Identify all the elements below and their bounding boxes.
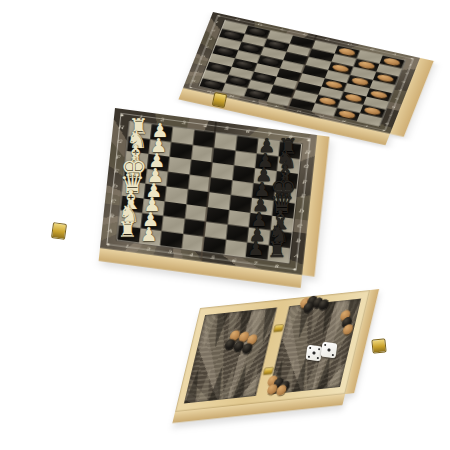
- backgammon-case: [175, 290, 370, 412]
- coordinate-label: 4: [203, 123, 207, 128]
- chess-square: [203, 236, 226, 254]
- coordinate-label: B: [109, 213, 114, 218]
- backgammon-left-tray: [184, 308, 277, 404]
- coordinate-label: 2: [146, 246, 150, 251]
- backgammon-point: [198, 314, 217, 349]
- coordinate-label: 3: [181, 120, 185, 125]
- coordinate-label: 2: [160, 117, 164, 122]
- chess-square: [160, 231, 183, 249]
- coordinate-label: 5: [210, 255, 214, 260]
- corner-diamond-icon: ◆: [382, 129, 386, 131]
- coordinate-label: E: [300, 194, 305, 199]
- corner-diamond-icon: ◆: [307, 137, 311, 141]
- coordinate-label: H: [304, 149, 310, 155]
- backgammon-point: [328, 353, 347, 388]
- clasp-icon: [51, 222, 67, 240]
- backgammon-point: [244, 362, 263, 397]
- coordinate-label: A: [107, 228, 112, 233]
- coordinate-label: 1: [125, 243, 129, 248]
- coordinate-label: F: [279, 28, 284, 31]
- chess-square: [267, 245, 290, 263]
- chess-square: [224, 239, 247, 257]
- coordinate-label: 6: [245, 129, 249, 134]
- chess-square: [117, 225, 140, 243]
- coordinate-label: 4: [189, 252, 193, 257]
- coordinate-label: 1: [138, 114, 142, 119]
- coordinate-label: C: [297, 223, 302, 228]
- clasp-icon: [371, 338, 386, 353]
- chess-board: HHGGFFEEDDCCBBAA1122334455667788◆◆◆◆: [100, 108, 317, 275]
- coordinate-label: H: [118, 124, 124, 130]
- corner-diamond-icon: ◆: [217, 15, 221, 17]
- coordinate-label: A: [294, 253, 299, 258]
- coordinate-label: D: [112, 184, 118, 190]
- corner-diamond-icon: ◆: [189, 86, 193, 88]
- chess-square: [246, 242, 269, 260]
- coordinate-label: 6: [231, 258, 235, 263]
- product-photo-stage: HHGGFFEEDDCCBBAA1122334455667788◆◆◆◆ HHG…: [0, 0, 450, 450]
- coordinate-label: F: [302, 179, 307, 184]
- corner-diamond-icon: ◆: [106, 241, 110, 245]
- backgammon-point: [282, 305, 301, 340]
- coordinate-label: 7: [267, 131, 271, 136]
- coordinate-label: G: [303, 164, 308, 170]
- coordinate-label: F: [251, 99, 256, 102]
- coordinate-label: B: [295, 238, 300, 243]
- chess-square: [139, 228, 162, 246]
- checkers-board: HHGGFFEEDDCCBBAA1122334455667788◆◆◆◆: [183, 12, 420, 134]
- coordinate-label: 5: [224, 126, 228, 131]
- coordinate-label: F: [115, 154, 120, 159]
- light-checker: [338, 110, 356, 119]
- coordinate-label: 8: [288, 134, 292, 139]
- coordinate-label: G: [116, 139, 121, 145]
- corner-diamond-icon: ◆: [293, 266, 297, 270]
- corner-diamond-icon: ◆: [120, 112, 124, 116]
- coordinate-label: C: [110, 198, 115, 203]
- coordinate-label: 7: [253, 260, 257, 265]
- coordinate-label: 8: [274, 263, 278, 268]
- coordinate-label: D: [298, 209, 304, 215]
- coordinate-label: E: [114, 169, 119, 174]
- corner-diamond-icon: ◆: [410, 58, 414, 60]
- black-checker: [248, 90, 266, 99]
- coordinate-label: 3: [167, 249, 171, 254]
- black-checker: [203, 80, 221, 89]
